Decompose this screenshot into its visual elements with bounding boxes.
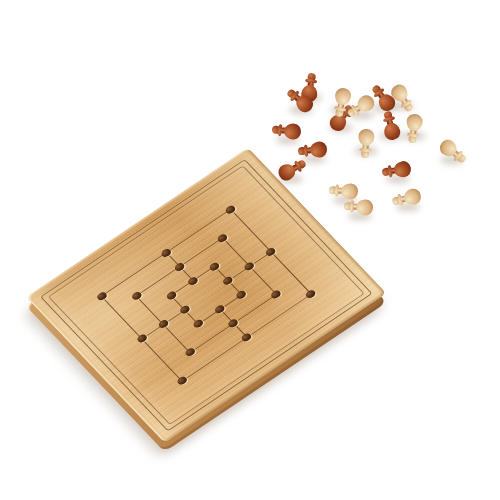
point-hole-6-0[interactable] <box>176 376 189 387</box>
point-hole-3-6[interactable] <box>264 246 277 257</box>
point-hole-5-3[interactable] <box>227 318 240 329</box>
point-hole-1-3[interactable] <box>173 262 186 273</box>
peg-body <box>309 141 327 158</box>
peg-body <box>355 199 373 216</box>
scene <box>0 0 500 500</box>
point-hole-3-1[interactable] <box>157 319 170 330</box>
point-hole-1-1[interactable] <box>130 291 143 302</box>
point-hole-2-3[interactable] <box>186 276 199 287</box>
point-hole-0-3[interactable] <box>160 247 173 258</box>
point-hole-5-5[interactable] <box>270 289 283 300</box>
point-hole-4-2[interactable] <box>192 319 205 330</box>
point-hole-0-6[interactable] <box>224 204 237 215</box>
peg-dark-2[interactable] <box>271 121 304 140</box>
peg-body <box>393 160 412 178</box>
peg-light-14[interactable] <box>357 125 375 158</box>
peg-light-16[interactable] <box>343 198 376 216</box>
peg-body <box>402 187 422 207</box>
peg-body <box>283 123 302 141</box>
point-hole-2-4[interactable] <box>208 261 221 272</box>
peg-body <box>406 113 424 132</box>
point-hole-3-0[interactable] <box>135 333 148 344</box>
point-hole-3-4[interactable] <box>221 275 234 286</box>
point-hole-5-1[interactable] <box>184 347 197 358</box>
peg-body <box>358 128 375 146</box>
point-hole-6-3[interactable] <box>240 332 253 343</box>
point-hole-2-2[interactable] <box>165 290 178 301</box>
peg-body <box>382 121 402 141</box>
peg-dark-8[interactable] <box>381 160 415 181</box>
point-hole-3-5[interactable] <box>243 261 256 272</box>
point-hole-4-4[interactable] <box>235 290 248 301</box>
point-hole-3-2[interactable] <box>178 304 191 315</box>
point-hole-0-0[interactable] <box>95 291 108 302</box>
point-hole-1-5[interactable] <box>216 233 229 244</box>
peg-light-17[interactable] <box>391 186 426 209</box>
point-hole-6-6[interactable] <box>305 289 318 300</box>
point-hole-4-3[interactable] <box>213 304 226 315</box>
